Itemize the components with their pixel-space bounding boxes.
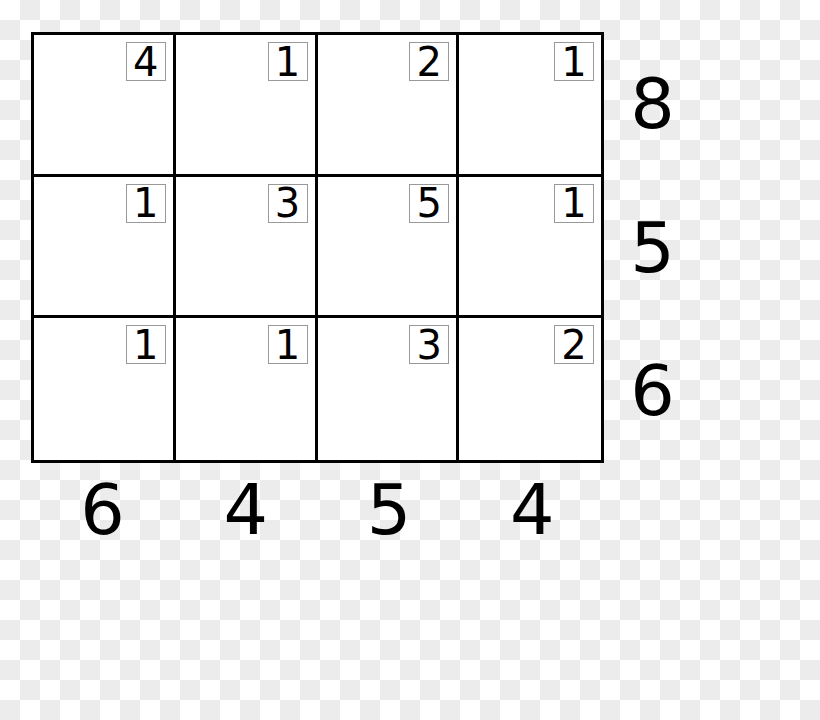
grid-cell-r2c1[interactable]: 1 [34, 177, 176, 319]
col-sum-label-3: 5 [318, 463, 461, 557]
cell-value-box: 1 [268, 325, 308, 364]
grid-cell-r2c2[interactable]: 3 [176, 177, 318, 319]
cell-value-box: 1 [126, 325, 166, 364]
cell-value-box: 2 [554, 325, 594, 364]
grid-cell-r3c3[interactable]: 3 [318, 318, 460, 460]
puzzle-grid: 4 1 2 1 1 3 5 1 1 1 3 [31, 32, 604, 463]
cell-value-box: 3 [268, 184, 308, 223]
grid-cell-r2c3[interactable]: 5 [318, 177, 460, 319]
cell-value-box: 2 [409, 42, 449, 81]
col-sum-label-4: 4 [461, 463, 604, 557]
cell-value-box: 5 [409, 184, 449, 223]
row-sum-labels: 8 5 6 [604, 32, 701, 463]
grid-cell-r3c2[interactable]: 1 [176, 318, 318, 460]
row-sum-label-2: 5 [604, 176, 701, 320]
col-sum-label-1: 6 [31, 463, 174, 557]
grid-cell-r1c2[interactable]: 1 [176, 35, 318, 177]
row-sum-label-3: 6 [604, 319, 701, 463]
row-sum-label-1: 8 [604, 32, 701, 176]
grid-cell-r1c1[interactable]: 4 [34, 35, 176, 177]
grid-cell-r3c1[interactable]: 1 [34, 318, 176, 460]
grid-cell-r1c3[interactable]: 2 [318, 35, 460, 177]
column-sum-labels: 6 4 5 4 [31, 463, 604, 557]
cell-value-box: 1 [554, 42, 594, 81]
cell-value-box: 3 [409, 325, 449, 364]
grid-cell-r1c4[interactable]: 1 [459, 35, 601, 177]
cell-value-box: 4 [126, 42, 166, 81]
cell-value-box: 1 [268, 42, 308, 81]
puzzle-diagram: 4 1 2 1 1 3 5 1 1 1 3 [0, 0, 820, 720]
grid-cell-r2c4[interactable]: 1 [459, 177, 601, 319]
cell-value-box: 1 [554, 184, 594, 223]
col-sum-label-2: 4 [174, 463, 317, 557]
grid-cell-r3c4[interactable]: 2 [459, 318, 601, 460]
cell-value-box: 1 [126, 184, 166, 223]
